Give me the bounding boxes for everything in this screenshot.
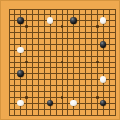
go-board[interactable] [0,0,120,120]
intersection-T1[interactable] [112,112,118,118]
intersection-grid [6,6,118,118]
